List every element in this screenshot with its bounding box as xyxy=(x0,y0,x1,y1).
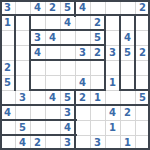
cell-r8c6[interactable] xyxy=(75,105,90,120)
cell-r5c1[interactable]: 2 xyxy=(0,60,15,75)
cell-r2c4[interactable] xyxy=(45,15,60,30)
cell-r1c8[interactable] xyxy=(105,0,120,15)
cell-r4c2[interactable] xyxy=(15,45,30,60)
cell-r7c3[interactable] xyxy=(30,90,45,105)
cell-r3c3[interactable]: 3 xyxy=(30,30,45,45)
cell-r3c1[interactable] xyxy=(0,30,15,45)
cell-r6c10[interactable] xyxy=(135,75,150,90)
cell-r2c8[interactable] xyxy=(105,15,120,30)
cell-r5c6[interactable] xyxy=(75,60,90,75)
cell-r6c5[interactable] xyxy=(60,75,75,90)
cell-r9c4[interactable] xyxy=(45,120,60,135)
cell-r1c6[interactable]: 4 xyxy=(75,0,90,15)
cell-r5c9[interactable] xyxy=(120,60,135,75)
cell-r10c8[interactable] xyxy=(105,135,120,150)
cell-r7c5[interactable]: 5 xyxy=(60,90,75,105)
cell-r3c9[interactable]: 4 xyxy=(120,30,135,45)
cell-r8c10[interactable] xyxy=(135,105,150,120)
cell-r10c2[interactable]: 4 xyxy=(15,135,30,150)
cell-r4c9[interactable]: 5 xyxy=(120,45,135,60)
cell-r6c4[interactable] xyxy=(45,75,60,90)
cell-r9c5[interactable]: 4 xyxy=(60,120,75,135)
cell-r9c6[interactable] xyxy=(75,120,90,135)
cell-r6c2[interactable] xyxy=(15,75,30,90)
cell-r5c4[interactable] xyxy=(45,60,60,75)
cell-r4c4[interactable] xyxy=(45,45,60,60)
cell-r7c7[interactable]: 1 xyxy=(90,90,105,105)
cell-r9c7[interactable] xyxy=(90,120,105,135)
cell-r2c7[interactable]: 2 xyxy=(90,15,105,30)
cell-r10c9[interactable]: 1 xyxy=(120,135,135,150)
cell-r1c2[interactable] xyxy=(15,0,30,15)
cell-r8c8[interactable]: 4 xyxy=(105,105,120,120)
cell-r7c2[interactable]: 3 xyxy=(15,90,30,105)
cell-r3c4[interactable]: 4 xyxy=(45,30,60,45)
cell-r10c7[interactable]: 3 xyxy=(90,135,105,150)
cell-r1c1[interactable]: 3 xyxy=(0,0,15,15)
cell-r4c8[interactable]: 3 xyxy=(105,45,120,60)
cell-r7c9[interactable] xyxy=(120,90,135,105)
cell-r4c3[interactable]: 4 xyxy=(30,45,45,60)
cell-r1c10[interactable]: 2 xyxy=(135,0,150,15)
cell-r3c2[interactable] xyxy=(15,30,30,45)
cell-r3c8[interactable] xyxy=(105,30,120,45)
cell-r1c3[interactable]: 4 xyxy=(30,0,45,15)
cell-r5c10[interactable] xyxy=(135,60,150,75)
cell-r7c8[interactable] xyxy=(105,90,120,105)
cell-r1c5[interactable]: 5 xyxy=(60,0,75,15)
cell-r3c7[interactable]: 5 xyxy=(90,30,105,45)
cell-r6c7[interactable] xyxy=(90,75,105,90)
cell-r6c9[interactable] xyxy=(120,75,135,90)
cell-r10c5[interactable]: 3 xyxy=(60,135,75,150)
cell-r8c4[interactable] xyxy=(45,105,60,120)
cell-r9c9[interactable] xyxy=(120,120,135,135)
cell-r10c10[interactable] xyxy=(135,135,150,150)
cell-r7c4[interactable]: 4 xyxy=(45,90,60,105)
cell-r3c5[interactable] xyxy=(60,30,75,45)
cell-r5c7[interactable] xyxy=(90,60,105,75)
cell-r2c10[interactable] xyxy=(135,15,150,30)
cell-r10c4[interactable] xyxy=(45,135,60,150)
cell-r2c2[interactable] xyxy=(15,15,30,30)
cell-r1c7[interactable] xyxy=(90,0,105,15)
cell-r10c3[interactable]: 2 xyxy=(30,135,45,150)
cell-r5c5[interactable] xyxy=(60,60,75,75)
cell-r2c9[interactable] xyxy=(120,15,135,30)
cell-r6c3[interactable] xyxy=(30,75,45,90)
cell-r9c2[interactable]: 5 xyxy=(15,120,30,135)
cell-r7c10[interactable]: 5 xyxy=(135,90,150,105)
cell-r9c3[interactable] xyxy=(30,120,45,135)
cell-r4c5[interactable] xyxy=(60,45,75,60)
cell-r5c8[interactable] xyxy=(105,60,120,75)
cell-r6c8[interactable]: 1 xyxy=(105,75,120,90)
cell-r2c1[interactable]: 1 xyxy=(0,15,15,30)
puzzle-board: 3425421423454432352254134521543425414233… xyxy=(0,0,150,150)
cell-r5c3[interactable] xyxy=(30,60,45,75)
cell-r5c2[interactable] xyxy=(15,60,30,75)
cell-r6c6[interactable]: 4 xyxy=(75,75,90,90)
cell-r9c8[interactable]: 1 xyxy=(105,120,120,135)
cell-r9c1[interactable] xyxy=(0,120,15,135)
cell-r3c10[interactable] xyxy=(135,30,150,45)
cell-r8c1[interactable]: 4 xyxy=(0,105,15,120)
cell-r2c6[interactable] xyxy=(75,15,90,30)
cell-r10c6[interactable] xyxy=(75,135,90,150)
cell-r10c1[interactable] xyxy=(0,135,15,150)
cell-r6c1[interactable]: 5 xyxy=(0,75,15,90)
cell-r7c1[interactable] xyxy=(0,90,15,105)
cell-r1c4[interactable]: 2 xyxy=(45,0,60,15)
cell-r9c10[interactable] xyxy=(135,120,150,135)
cell-r2c3[interactable] xyxy=(30,15,45,30)
cell-r4c1[interactable] xyxy=(0,45,15,60)
cell-r3c6[interactable] xyxy=(75,30,90,45)
cell-r8c5[interactable]: 3 xyxy=(60,105,75,120)
cell-r1c9[interactable] xyxy=(120,0,135,15)
cell-r4c6[interactable]: 3 xyxy=(75,45,90,60)
cell-r8c2[interactable] xyxy=(15,105,30,120)
cell-r4c10[interactable]: 2 xyxy=(135,45,150,60)
cell-r8c3[interactable] xyxy=(30,105,45,120)
cell-r2c5[interactable]: 4 xyxy=(60,15,75,30)
cell-r4c7[interactable]: 2 xyxy=(90,45,105,60)
cell-r8c9[interactable]: 2 xyxy=(120,105,135,120)
cell-r7c6[interactable]: 2 xyxy=(75,90,90,105)
cell-r8c7[interactable] xyxy=(90,105,105,120)
